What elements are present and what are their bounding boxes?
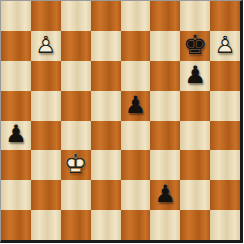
square-d3[interactable] bbox=[91, 150, 121, 180]
square-g8[interactable] bbox=[180, 1, 210, 31]
square-c8[interactable] bbox=[61, 1, 91, 31]
black-pawn-glyph: ♟ bbox=[121, 93, 151, 117]
white-king-outline-glyph: ♔ bbox=[61, 151, 91, 178]
square-c6[interactable] bbox=[61, 61, 91, 91]
chess-board: ♟♙♚♟♙♟♟♟♚♔♟ bbox=[0, 0, 243, 243]
chess-diagram: ♟♙♚♟♙♟♟♟♚♔♟ bbox=[0, 0, 244, 244]
square-c7[interactable] bbox=[61, 31, 91, 61]
square-b3[interactable] bbox=[31, 150, 61, 180]
square-h6[interactable] bbox=[210, 61, 240, 91]
square-a7[interactable] bbox=[1, 31, 31, 61]
square-c3[interactable]: ♚♔ bbox=[61, 150, 91, 180]
square-h5[interactable] bbox=[210, 91, 240, 121]
square-a5[interactable] bbox=[1, 91, 31, 121]
square-e5[interactable]: ♟ bbox=[121, 91, 151, 121]
square-g1[interactable] bbox=[180, 210, 210, 240]
black-pawn-glyph: ♟ bbox=[1, 122, 31, 146]
square-d7[interactable] bbox=[91, 31, 121, 61]
square-a3[interactable] bbox=[1, 150, 31, 180]
black-pawn[interactable]: ♟ bbox=[121, 91, 151, 121]
square-b1[interactable] bbox=[31, 210, 61, 240]
square-d4[interactable] bbox=[91, 121, 121, 151]
black-pawn-glyph: ♟ bbox=[150, 182, 180, 206]
square-b2[interactable] bbox=[31, 180, 61, 210]
square-g5[interactable] bbox=[180, 91, 210, 121]
white-pawn-outline-glyph: ♙ bbox=[31, 33, 61, 57]
square-d5[interactable] bbox=[91, 91, 121, 121]
square-b5[interactable] bbox=[31, 91, 61, 121]
square-g6[interactable]: ♟ bbox=[180, 61, 210, 91]
white-king[interactable]: ♚♔ bbox=[61, 150, 91, 180]
square-f4[interactable] bbox=[150, 121, 180, 151]
square-a1[interactable] bbox=[1, 210, 31, 240]
square-b6[interactable] bbox=[31, 61, 61, 91]
square-h2[interactable] bbox=[210, 180, 240, 210]
square-a4[interactable]: ♟ bbox=[1, 121, 31, 151]
square-f8[interactable] bbox=[150, 1, 180, 31]
square-h3[interactable] bbox=[210, 150, 240, 180]
square-a2[interactable] bbox=[1, 180, 31, 210]
white-pawn-outline-glyph: ♙ bbox=[210, 33, 240, 57]
square-e8[interactable] bbox=[121, 1, 151, 31]
black-pawn[interactable]: ♟ bbox=[150, 180, 180, 210]
black-pawn-glyph: ♟ bbox=[180, 63, 210, 87]
square-b4[interactable] bbox=[31, 121, 61, 151]
square-f7[interactable] bbox=[150, 31, 180, 61]
square-a8[interactable] bbox=[1, 1, 31, 31]
square-h1[interactable] bbox=[210, 210, 240, 240]
white-pawn[interactable]: ♟♙ bbox=[31, 31, 61, 61]
square-d1[interactable] bbox=[91, 210, 121, 240]
square-e6[interactable] bbox=[121, 61, 151, 91]
square-g2[interactable] bbox=[180, 180, 210, 210]
square-e2[interactable] bbox=[121, 180, 151, 210]
black-king[interactable]: ♚ bbox=[180, 31, 210, 61]
square-g3[interactable] bbox=[180, 150, 210, 180]
square-e3[interactable] bbox=[121, 150, 151, 180]
square-h8[interactable] bbox=[210, 1, 240, 31]
square-d6[interactable] bbox=[91, 61, 121, 91]
square-c2[interactable] bbox=[61, 180, 91, 210]
square-f5[interactable] bbox=[150, 91, 180, 121]
square-f2[interactable]: ♟ bbox=[150, 180, 180, 210]
square-d8[interactable] bbox=[91, 1, 121, 31]
square-e4[interactable] bbox=[121, 121, 151, 151]
square-e7[interactable] bbox=[121, 31, 151, 61]
square-h7[interactable]: ♟♙ bbox=[210, 31, 240, 61]
square-h4[interactable] bbox=[210, 121, 240, 151]
black-pawn[interactable]: ♟ bbox=[180, 61, 210, 91]
square-a6[interactable] bbox=[1, 61, 31, 91]
square-c4[interactable] bbox=[61, 121, 91, 151]
white-pawn[interactable]: ♟♙ bbox=[210, 31, 240, 61]
square-f1[interactable] bbox=[150, 210, 180, 240]
square-g4[interactable] bbox=[180, 121, 210, 151]
square-c1[interactable] bbox=[61, 210, 91, 240]
square-b7[interactable]: ♟♙ bbox=[31, 31, 61, 61]
black-pawn[interactable]: ♟ bbox=[1, 121, 31, 151]
square-b8[interactable] bbox=[31, 1, 61, 31]
square-f6[interactable] bbox=[150, 61, 180, 91]
square-e1[interactable] bbox=[121, 210, 151, 240]
square-d2[interactable] bbox=[91, 180, 121, 210]
black-king-glyph: ♚ bbox=[180, 31, 210, 58]
square-f3[interactable] bbox=[150, 150, 180, 180]
square-g7[interactable]: ♚ bbox=[180, 31, 210, 61]
square-c5[interactable] bbox=[61, 91, 91, 121]
